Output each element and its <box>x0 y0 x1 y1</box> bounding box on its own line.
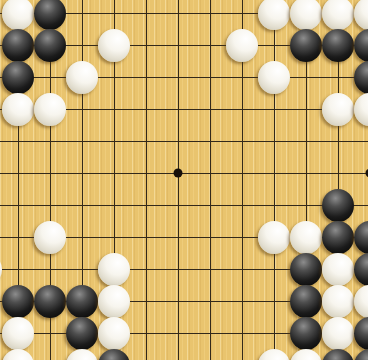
board-intersection-Q8: ● <box>354 221 368 253</box>
board-intersection-F8: ○ <box>34 221 66 253</box>
black-stone: ● <box>322 349 354 360</box>
black-stone: ● <box>354 61 368 94</box>
black-stone: ● <box>322 221 354 254</box>
white-stone: ○ <box>66 349 98 360</box>
go-board[interactable]: ○●○○○○●●○○●●●●○○●○○○○●○○○●●○○●○●●●●○●○○○… <box>0 0 368 360</box>
board-intersection-N15: ○ <box>258 0 290 29</box>
board-intersection-O4: ○ <box>290 349 322 360</box>
black-stone: ● <box>66 317 98 350</box>
board-intersection-H5: ○ <box>98 317 130 349</box>
board-intersection-P7: ○ <box>322 253 354 285</box>
board-intersection-P9: ● <box>322 189 354 221</box>
white-stone: ○ <box>354 93 368 126</box>
board-intersection-M14: ○ <box>226 29 258 61</box>
board-intersection-P8: ● <box>322 221 354 253</box>
board-intersection-F12: ○ <box>34 93 66 125</box>
board-intersection-F6: ● <box>34 285 66 317</box>
board-intersection-O8: ○ <box>290 221 322 253</box>
board-intersection-Q4: ● <box>354 349 368 360</box>
board-intersection-P6: ○ <box>322 285 354 317</box>
black-stone: ● <box>2 29 34 62</box>
board-intersection-G5: ● <box>66 317 98 349</box>
white-stone: ○ <box>2 349 34 360</box>
white-stone: ○ <box>0 253 2 286</box>
board-intersection-O14: ● <box>290 29 322 61</box>
black-stone: ● <box>34 285 66 318</box>
black-stone: ● <box>290 317 322 350</box>
board-intersection-O7: ● <box>290 253 322 285</box>
board-intersection-E6: ● <box>2 285 34 317</box>
white-stone: ○ <box>98 29 130 62</box>
board-intersection-Q7: ● <box>354 253 368 285</box>
board-intersection-Q15: ○ <box>354 0 368 29</box>
white-stone: ○ <box>258 349 290 360</box>
black-stone: ● <box>66 285 98 318</box>
white-stone: ○ <box>322 0 354 30</box>
board-intersection-E14: ● <box>2 29 34 61</box>
board-intersection-H4: ● <box>98 349 130 360</box>
board-intersection-N13: ○ <box>258 61 290 93</box>
black-stone: ● <box>290 29 322 62</box>
white-stone: ○ <box>258 221 290 254</box>
board-intersection-G13: ○ <box>66 61 98 93</box>
board-intersection-E12: ○ <box>2 93 34 125</box>
white-stone: ○ <box>226 29 258 62</box>
board-intersection-O5: ● <box>290 317 322 349</box>
board-intersection-G4: ○ <box>66 349 98 360</box>
board-intersection-E13: ● <box>2 61 34 93</box>
white-stone: ○ <box>98 253 130 286</box>
black-stone: ● <box>354 29 368 62</box>
board-intersection-F15: ● <box>34 0 66 29</box>
board-intersection-F14: ● <box>34 29 66 61</box>
board-intersection-Q12: ○ <box>354 93 368 125</box>
black-stone: ● <box>354 221 368 254</box>
black-stone: ● <box>354 317 368 350</box>
white-stone: ○ <box>322 285 354 318</box>
board-intersection-N8: ○ <box>258 221 290 253</box>
white-stone: ○ <box>98 317 130 350</box>
white-stone: ○ <box>258 0 290 30</box>
board-intersection-Q6: ○ <box>354 285 368 317</box>
board-intersection-P15: ○ <box>322 0 354 29</box>
black-stone: ● <box>322 29 354 62</box>
white-stone: ○ <box>290 0 322 30</box>
white-stone: ○ <box>34 93 66 126</box>
white-stone: ○ <box>66 61 98 94</box>
board-intersection-G6: ● <box>66 285 98 317</box>
white-stone: ○ <box>290 349 322 360</box>
board-intersection-N4: ○ <box>258 349 290 360</box>
white-stone: ○ <box>258 61 290 94</box>
white-stone: ○ <box>354 285 368 318</box>
white-stone: ○ <box>290 221 322 254</box>
white-stone: ○ <box>322 93 354 126</box>
board-intersection-E5: ○ <box>2 317 34 349</box>
board-intersection-Q5: ● <box>354 317 368 349</box>
board-intersection-O6: ● <box>290 285 322 317</box>
black-stone: ● <box>2 61 34 94</box>
board-intersection-O15: ○ <box>290 0 322 29</box>
board-intersection-P4: ● <box>322 349 354 360</box>
board-intersection-H6: ○ <box>98 285 130 317</box>
black-stone: ● <box>2 285 34 318</box>
board-intersection-P5: ○ <box>322 317 354 349</box>
black-stone: ● <box>322 189 354 222</box>
white-stone: ○ <box>322 317 354 350</box>
board-intersection-P14: ● <box>322 29 354 61</box>
board-intersection-Q13: ● <box>354 61 368 93</box>
board-grid: ○●○○○○●●○○●●●●○○●○○○○●○○○●●○○●○●●●●○●○○○… <box>0 0 368 360</box>
black-stone: ● <box>290 253 322 286</box>
black-stone: ● <box>354 253 368 286</box>
white-stone: ○ <box>2 317 34 350</box>
white-stone: ○ <box>354 0 368 30</box>
board-intersection-E15: ○ <box>2 0 34 29</box>
board-intersection-E4: ○ <box>2 349 34 360</box>
white-stone: ○ <box>98 285 130 318</box>
board-intersection-Q14: ● <box>354 29 368 61</box>
white-stone: ○ <box>2 0 34 30</box>
board-intersection-H7: ○ <box>98 253 130 285</box>
board-intersection-P12: ○ <box>322 93 354 125</box>
black-stone: ● <box>34 0 66 30</box>
black-stone: ● <box>354 349 368 360</box>
black-stone: ● <box>290 285 322 318</box>
white-stone: ○ <box>34 221 66 254</box>
black-stone: ● <box>34 29 66 62</box>
black-stone: ● <box>98 349 130 360</box>
white-stone: ○ <box>2 93 34 126</box>
board-intersection-D7: ○ <box>0 253 2 285</box>
board-intersection-H14: ○ <box>98 29 130 61</box>
white-stone: ○ <box>322 253 354 286</box>
